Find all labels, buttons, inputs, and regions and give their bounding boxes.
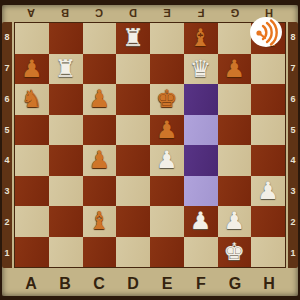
square-g2[interactable]: ♟: [218, 206, 252, 237]
piece-bP-e5[interactable]: ♟: [156, 118, 178, 142]
square-f4[interactable]: [184, 145, 218, 176]
rank-labels-left-8: 8: [2, 22, 12, 53]
square-h7[interactable]: [251, 54, 285, 85]
square-a4[interactable]: [15, 145, 49, 176]
square-e1[interactable]: [150, 237, 184, 268]
square-h3[interactable]: ♟: [251, 176, 285, 207]
piece-bB-f8[interactable]: ♝: [190, 26, 212, 50]
square-b4[interactable]: [49, 145, 83, 176]
file-labels-bottom-c: C: [82, 271, 116, 296]
chess-board[interactable]: ♜♝♞♟♜♛♟♞♟♚♟♟♟♟♝♟♟♚: [14, 22, 286, 268]
file-labels-top-f: F: [184, 5, 218, 22]
square-a5[interactable]: [15, 115, 49, 146]
rank-labels-right-4: 4: [288, 145, 298, 176]
square-a8[interactable]: [15, 23, 49, 54]
square-d3[interactable]: [116, 176, 150, 207]
rank-labels-right-3: 3: [288, 176, 298, 207]
board-frame: ABCDEFGH 87654321 87654321 ♜♝♞♟♜♛♟♞♟♚♟♟♟…: [2, 5, 298, 296]
square-a2[interactable]: [15, 206, 49, 237]
rank-labels-right-1: 1: [288, 237, 298, 268]
square-c3[interactable]: [83, 176, 117, 207]
square-g6[interactable]: [218, 84, 252, 115]
square-b6[interactable]: [49, 84, 83, 115]
file-labels-bottom-d: D: [116, 271, 150, 296]
square-c7[interactable]: [83, 54, 117, 85]
piece-bK-e6[interactable]: ♚: [156, 87, 178, 111]
rank-labels-right-5: 5: [288, 114, 298, 145]
file-labels-bottom: ABCDEFGH: [14, 271, 286, 296]
square-h6[interactable]: [251, 84, 285, 115]
square-g1[interactable]: ♚: [218, 237, 252, 268]
file-labels-bottom-g: G: [218, 271, 252, 296]
square-g8[interactable]: [218, 23, 252, 54]
square-e3[interactable]: [150, 176, 184, 207]
square-f1[interactable]: [184, 237, 218, 268]
square-d1[interactable]: [116, 237, 150, 268]
piece-wQ-f7[interactable]: ♛: [190, 57, 212, 81]
file-labels-bottom-f: F: [184, 271, 218, 296]
square-b2[interactable]: [49, 206, 83, 237]
piece-bB-c2[interactable]: ♝: [89, 209, 111, 233]
square-h1[interactable]: [251, 237, 285, 268]
square-c5[interactable]: [83, 115, 117, 146]
square-a6[interactable]: ♞: [15, 84, 49, 115]
square-b5[interactable]: [49, 115, 83, 146]
square-d7[interactable]: [116, 54, 150, 85]
file-labels-top-a: A: [14, 5, 48, 22]
file-labels-bottom-b: B: [48, 271, 82, 296]
file-labels-top-b: B: [48, 5, 82, 22]
square-d5[interactable]: [116, 115, 150, 146]
file-labels-top-d: D: [116, 5, 150, 22]
piece-wK-g1[interactable]: ♚: [224, 240, 246, 264]
square-b1[interactable]: [49, 237, 83, 268]
file-labels-bottom-h: H: [252, 271, 286, 296]
square-b8[interactable]: [49, 23, 83, 54]
audio-speaker-icon: [249, 16, 283, 48]
piece-bP-a7[interactable]: ♟: [21, 57, 43, 81]
square-d6[interactable]: [116, 84, 150, 115]
piece-bP-c6[interactable]: ♟: [89, 87, 111, 111]
piece-wR-d8[interactable]: ♜: [122, 26, 144, 50]
square-c4[interactable]: ♟: [83, 145, 117, 176]
square-f2[interactable]: ♟: [184, 206, 218, 237]
rank-labels-left-7: 7: [2, 53, 12, 84]
square-g4[interactable]: [218, 145, 252, 176]
file-labels-top-e: E: [150, 5, 184, 22]
square-f3[interactable]: [184, 176, 218, 207]
rank-labels-left-2: 2: [2, 207, 12, 238]
square-g7[interactable]: ♟: [218, 54, 252, 85]
square-d8[interactable]: ♜: [116, 23, 150, 54]
square-c1[interactable]: [83, 237, 117, 268]
file-labels-top: ABCDEFGH: [14, 5, 286, 22]
square-b3[interactable]: [49, 176, 83, 207]
piece-wP-e4[interactable]: ♟: [156, 148, 178, 172]
piece-wP-f2[interactable]: ♟: [190, 209, 212, 233]
square-h2[interactable]: [251, 206, 285, 237]
rank-labels-left-5: 5: [2, 114, 12, 145]
square-b7[interactable]: ♜: [49, 54, 83, 85]
square-h4[interactable]: [251, 145, 285, 176]
square-c2[interactable]: ♝: [83, 206, 117, 237]
square-a3[interactable]: [15, 176, 49, 207]
chess-app-screen: ABCDEFGH 87654321 87654321 ♜♝♞♟♜♛♟♞♟♚♟♟♟…: [0, 0, 300, 300]
square-e7[interactable]: [150, 54, 184, 85]
rank-labels-right-2: 2: [288, 207, 298, 238]
square-g3[interactable]: [218, 176, 252, 207]
file-labels-bottom-a: A: [14, 271, 48, 296]
piece-bP-c4[interactable]: ♟: [89, 148, 111, 172]
square-e5[interactable]: ♟: [150, 115, 184, 146]
square-e2[interactable]: [150, 206, 184, 237]
rank-labels-left-1: 1: [2, 237, 12, 268]
square-a1[interactable]: [15, 237, 49, 268]
rank-labels-left-6: 6: [2, 84, 12, 115]
square-e8[interactable]: [150, 23, 184, 54]
piece-wP-g2[interactable]: ♟: [224, 209, 246, 233]
square-g5[interactable]: [218, 115, 252, 146]
rank-labels-left: 87654321: [2, 22, 12, 268]
square-e6[interactable]: ♚: [150, 84, 184, 115]
square-f7[interactable]: ♛: [184, 54, 218, 85]
square-h5[interactable]: [251, 115, 285, 146]
rank-labels-right-8: 8: [288, 22, 298, 53]
rank-labels-right: 87654321: [288, 22, 298, 268]
rank-labels-right-6: 6: [288, 84, 298, 115]
piece-wP-h3[interactable]: ♟: [257, 179, 279, 203]
file-labels-bottom-e: E: [150, 271, 184, 296]
square-c6[interactable]: ♟: [83, 84, 117, 115]
file-labels-top-g: G: [218, 5, 252, 22]
piece-bP-g7[interactable]: ♟: [224, 57, 246, 81]
file-labels-top-c: C: [82, 5, 116, 22]
square-f5[interactable]: [184, 115, 218, 146]
square-d4[interactable]: [116, 145, 150, 176]
square-f6[interactable]: [184, 84, 218, 115]
square-c8[interactable]: [83, 23, 117, 54]
rank-labels-left-4: 4: [2, 145, 12, 176]
square-f8[interactable]: ♝: [184, 23, 218, 54]
rank-labels-right-7: 7: [288, 53, 298, 84]
square-e4[interactable]: ♟: [150, 145, 184, 176]
piece-wR-b7[interactable]: ♜: [55, 57, 77, 81]
square-a7[interactable]: ♟: [15, 54, 49, 85]
piece-bN-a6[interactable]: ♞: [21, 87, 43, 111]
square-d2[interactable]: [116, 206, 150, 237]
rank-labels-left-3: 3: [2, 176, 12, 207]
